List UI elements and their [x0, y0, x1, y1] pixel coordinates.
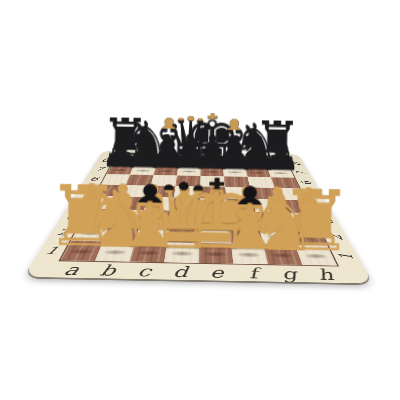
file-label-bottom-h: h: [304, 266, 347, 283]
file-label-bottom-c: c: [124, 263, 164, 280]
piece-white-bishop: ♝: [210, 184, 288, 254]
piece-white-bishop: ♝: [111, 183, 189, 253]
rollup-vinyl-mat: abcdefgh abcdefgh 12345678 12345678 ♜♞♝♛…: [23, 150, 373, 283]
file-label-bottom-d: d: [161, 263, 199, 280]
square-f1: ♝: [231, 244, 268, 264]
file-label-bottom-e: e: [198, 264, 235, 281]
piece-black-pawn: ♟: [260, 136, 302, 173]
chess-set-photo: abcdefgh abcdefgh 12345678 12345678 ♜♞♝♛…: [0, 0, 400, 400]
square-c1: ♝: [130, 242, 167, 262]
file-label-bottom-b: b: [87, 262, 129, 279]
board-grid: ♜♞♝♛♚♝♞♜♟♟♟♟♟♟♟♟♟♟♟♟♟♟♟♟♜♞♝♛♚♝♞♜: [58, 156, 339, 266]
file-label-bottom-f: f: [234, 265, 273, 282]
board-tilt: abcdefgh abcdefgh 12345678 12345678 ♜♞♝♛…: [23, 150, 373, 283]
